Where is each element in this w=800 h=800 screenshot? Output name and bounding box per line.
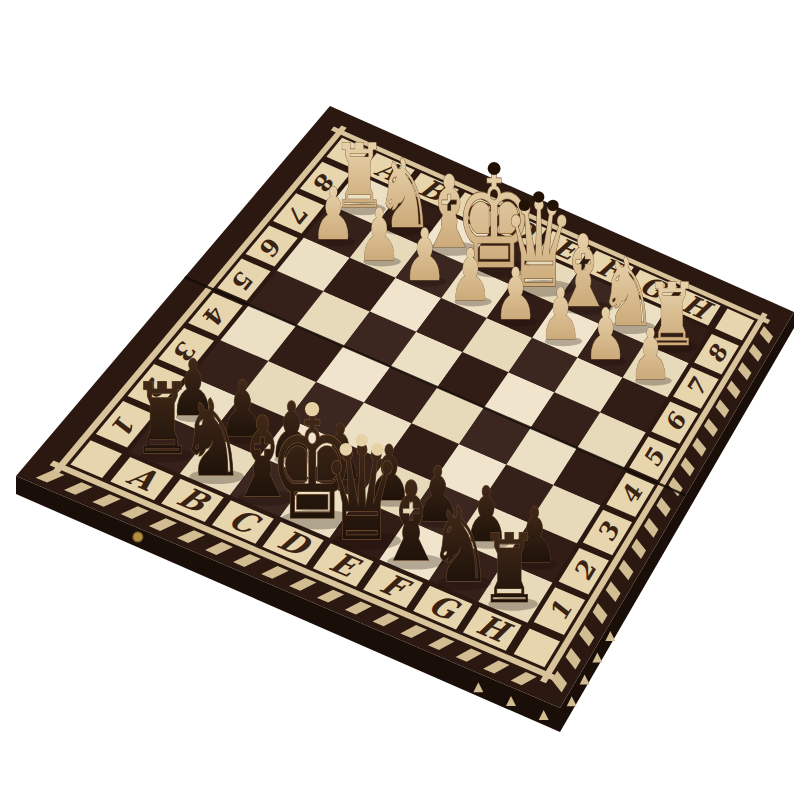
queen-crown-ball bbox=[519, 200, 530, 211]
chessboard-svg: AABBCCDDEEFFGGHH1122334455667788♜♞♟♝♟♚♟♛… bbox=[0, 0, 800, 800]
queen-crown-ball bbox=[371, 443, 384, 456]
piece-glyph: ♟ bbox=[629, 313, 672, 395]
piece-light-pawn-c7: ♟ bbox=[403, 213, 447, 296]
piece-glyph: ♟ bbox=[311, 173, 355, 257]
piece-glyph: ♟ bbox=[539, 274, 582, 356]
piece-dark-rook-h1: ♜ bbox=[480, 513, 538, 624]
chess-set-photo: AABBCCDDEEFFGGHH1122334455667788♜♞♟♝♟♚♟♛… bbox=[0, 0, 800, 800]
piece-glyph: ♟ bbox=[448, 233, 492, 316]
queen-crown-ball bbox=[547, 200, 558, 211]
piece-glyph: ♜ bbox=[480, 513, 538, 624]
piece-light-pawn-f7: ♟ bbox=[539, 274, 582, 356]
piece-light-pawn-e7: ♟ bbox=[494, 253, 538, 336]
brass-clasp bbox=[133, 532, 143, 542]
king-finial bbox=[488, 162, 501, 175]
piece-light-pawn-a7: ♟ bbox=[311, 173, 355, 257]
piece-light-pawn-g7: ♟ bbox=[584, 294, 627, 376]
piece-glyph: ♟ bbox=[403, 213, 447, 296]
king-finial bbox=[305, 402, 319, 416]
piece-light-pawn-d7: ♟ bbox=[448, 233, 492, 316]
queen-crown-ball bbox=[340, 443, 353, 456]
queen-crown-ball bbox=[355, 434, 368, 447]
piece-glyph: ♟ bbox=[584, 294, 627, 376]
piece-glyph: ♟ bbox=[494, 253, 538, 336]
queen-crown-ball bbox=[533, 191, 544, 202]
piece-light-pawn-h7: ♟ bbox=[629, 313, 672, 395]
piece-glyph: ♟ bbox=[357, 193, 401, 277]
piece-light-pawn-b7: ♟ bbox=[357, 193, 401, 277]
